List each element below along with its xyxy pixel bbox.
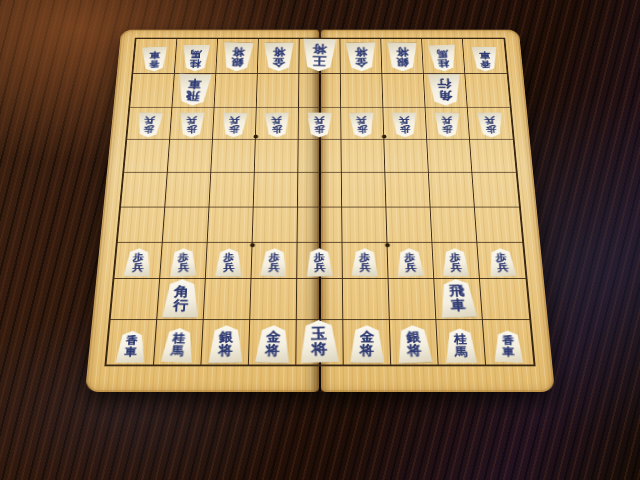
square-2i[interactable]: 桂馬 [436, 320, 486, 364]
kanji-char: 馬 [171, 345, 185, 358]
square-2g[interactable]: 歩兵 [432, 243, 480, 280]
square-4a[interactable]: 金将 [340, 39, 382, 73]
square-7e[interactable] [209, 173, 254, 207]
square-2b[interactable]: 角行 [424, 73, 468, 107]
square-3g[interactable]: 歩兵 [387, 243, 434, 280]
piece-gote-pawn[interactable]: 歩兵 [306, 113, 332, 138]
square-5f[interactable] [298, 207, 343, 242]
piece-sente-rook[interactable]: 飛車 [437, 278, 478, 318]
square-1e[interactable] [472, 173, 519, 207]
kanji-char: 兵 [132, 262, 144, 272]
square-3i[interactable]: 銀将 [390, 320, 439, 364]
piece-sente-knight[interactable]: 桂馬 [160, 328, 196, 363]
kanji-char: 馬 [437, 49, 449, 59]
kanji-char: 将 [272, 46, 284, 56]
kanji-char: 兵 [484, 116, 495, 125]
kanji-char: 将 [312, 341, 328, 357]
kanji-char: 兵 [442, 116, 452, 125]
kanji-char: 車 [502, 346, 514, 358]
square-6i[interactable]: 金将 [249, 320, 297, 364]
kanji-char: 桂 [190, 58, 202, 67]
kanji-char: 将 [218, 344, 232, 358]
square-5c[interactable]: 歩兵 [299, 107, 342, 139]
kanji-char: 銀 [396, 57, 409, 68]
piece-gote-rook[interactable]: 飛車 [175, 73, 212, 106]
kanji-char: 将 [396, 46, 409, 56]
kanji-char: 兵 [314, 116, 324, 125]
square-4f[interactable] [342, 207, 387, 242]
square-7i[interactable]: 銀将 [201, 320, 250, 364]
square-1a[interactable]: 香車 [463, 39, 507, 73]
piece-sente-silver-general[interactable]: 銀将 [207, 325, 243, 363]
square-7d[interactable] [211, 140, 256, 173]
kanji-char: 銀 [218, 330, 232, 344]
piece-sente-lance[interactable]: 香車 [493, 330, 524, 363]
kanji-char: 兵 [356, 116, 367, 125]
square-6e[interactable] [254, 173, 299, 207]
piece-gote-gold-general[interactable]: 金将 [345, 42, 377, 72]
square-4i[interactable]: 金将 [343, 320, 391, 364]
square-8e[interactable] [165, 173, 211, 207]
square-7f[interactable] [208, 207, 254, 242]
kanji-char: 飛 [186, 89, 201, 101]
kanji-char: 歩 [186, 125, 197, 134]
kanji-char: 兵 [229, 116, 240, 125]
square-5b[interactable] [299, 73, 341, 107]
square-6h[interactable] [250, 279, 297, 320]
square-1b[interactable] [465, 73, 510, 107]
square-2d[interactable] [427, 140, 472, 173]
square-6g[interactable]: 歩兵 [251, 243, 297, 280]
shogi-board: 香車桂馬銀将金将王将金将銀将桂馬香車飛車角行歩兵歩兵歩兵歩兵歩兵歩兵歩兵歩兵歩兵… [85, 30, 555, 392]
square-3c[interactable]: 歩兵 [383, 107, 427, 139]
piece-sente-gold-general[interactable]: 金将 [254, 324, 291, 363]
square-1g[interactable]: 歩兵 [477, 243, 525, 280]
piece-sente-pawn[interactable]: 歩兵 [396, 248, 425, 277]
kanji-char: 兵 [144, 116, 155, 125]
square-8h[interactable]: 角行 [157, 279, 206, 320]
kanji-char: 兵 [272, 116, 282, 125]
kanji-char: 行 [438, 78, 452, 89]
piece-sente-silver-general[interactable]: 銀将 [394, 324, 432, 363]
square-7g[interactable]: 歩兵 [206, 243, 253, 280]
square-3f[interactable] [386, 207, 432, 242]
piece-gote-knight[interactable]: 桂馬 [428, 45, 459, 72]
kanji-char: 行 [173, 298, 189, 312]
kanji-char: 金 [355, 57, 368, 68]
square-1c[interactable]: 歩兵 [468, 107, 513, 139]
kanji-char: 将 [231, 46, 244, 57]
piece-gote-pawn[interactable]: 歩兵 [434, 112, 460, 138]
piece-sente-knight[interactable]: 桂馬 [444, 328, 478, 362]
kanji-char: 兵 [314, 262, 325, 272]
kanji-char: 香 [149, 59, 160, 68]
kanji-char: 歩 [400, 125, 411, 134]
square-7c[interactable]: 歩兵 [213, 107, 257, 139]
square-3b[interactable] [382, 73, 425, 107]
kanji-char: 兵 [187, 116, 198, 125]
square-4b[interactable] [341, 73, 384, 107]
square-5h[interactable] [297, 279, 344, 320]
square-9f[interactable] [118, 207, 165, 242]
piece-sente-pawn[interactable]: 歩兵 [351, 248, 379, 277]
square-9b[interactable] [130, 73, 175, 107]
square-3e[interactable] [385, 173, 430, 207]
kanji-char: 兵 [359, 262, 370, 272]
piece-sente-pawn[interactable]: 歩兵 [441, 248, 469, 276]
kanji-char: 歩 [357, 125, 368, 134]
kanji-char: 歩 [314, 125, 324, 134]
square-9h[interactable] [111, 279, 160, 320]
square-8b[interactable]: 飛車 [172, 73, 216, 107]
square-8c[interactable]: 歩兵 [170, 107, 214, 139]
piece-gote-pawn[interactable]: 歩兵 [221, 112, 248, 137]
piece-gote-lance[interactable]: 香車 [471, 47, 499, 71]
kanji-char: 馬 [190, 49, 202, 58]
square-8d[interactable] [168, 140, 213, 173]
kanji-char: 将 [406, 343, 421, 357]
square-4e[interactable] [342, 173, 387, 207]
kanji-char: 王 [312, 55, 326, 67]
piece-gote-bishop[interactable]: 角行 [427, 73, 462, 105]
square-9g[interactable]: 歩兵 [114, 243, 162, 280]
piece-gote-silver-general[interactable]: 銀将 [220, 42, 254, 72]
kanji-char: 桂 [438, 58, 450, 68]
square-9i[interactable]: 香車 [107, 320, 158, 364]
square-9d[interactable] [124, 140, 170, 173]
kanji-char: 将 [354, 46, 367, 57]
piece-gote-lance[interactable]: 香車 [141, 47, 168, 72]
kanji-char: 歩 [272, 125, 282, 134]
square-2h[interactable]: 飛車 [434, 279, 483, 320]
piece-sente-pawn[interactable]: 歩兵 [260, 248, 289, 277]
square-8a[interactable]: 桂馬 [175, 39, 218, 73]
square-4c[interactable]: 歩兵 [341, 107, 384, 139]
kanji-char: 角 [174, 284, 190, 298]
kanji-char: 兵 [399, 116, 410, 125]
kanji-char: 車 [124, 347, 137, 358]
piece-gote-pawn[interactable]: 歩兵 [135, 112, 164, 138]
piece-sente-pawn[interactable]: 歩兵 [486, 248, 517, 277]
kanji-char: 金 [272, 57, 284, 68]
piece-gote-gold-general[interactable]: 金将 [263, 42, 294, 71]
piece-sente-gold-general[interactable]: 金将 [349, 325, 385, 363]
square-9a[interactable]: 香車 [133, 39, 177, 73]
kanji-char: 将 [359, 344, 373, 358]
square-3a[interactable]: 銀将 [381, 39, 424, 73]
piece-gote-pawn[interactable]: 歩兵 [391, 113, 418, 138]
square-4d[interactable] [341, 140, 385, 173]
square-5a[interactable]: 王将 [299, 39, 340, 73]
square-1i[interactable]: 香車 [483, 320, 534, 364]
kanji-char: 車 [479, 50, 490, 59]
star-point [382, 135, 387, 139]
kanji-char: 馬 [454, 345, 468, 357]
square-5d[interactable] [298, 140, 342, 173]
square-2f[interactable] [431, 207, 478, 242]
piece-sente-pawn[interactable]: 歩兵 [170, 248, 198, 277]
square-1f[interactable] [475, 207, 522, 242]
square-8g[interactable]: 歩兵 [160, 243, 208, 280]
kanji-char: 兵 [496, 262, 508, 273]
piece-sente-lance[interactable]: 香車 [115, 331, 147, 363]
square-5g[interactable]: 歩兵 [297, 243, 343, 280]
square-9e[interactable] [121, 173, 168, 207]
square-6c[interactable]: 歩兵 [256, 107, 299, 139]
kanji-char: 金 [265, 330, 280, 344]
square-4h[interactable] [343, 279, 390, 320]
kanji-char: 将 [313, 43, 327, 55]
square-6b[interactable] [257, 73, 300, 107]
square-7b[interactable] [215, 73, 258, 107]
star-point [385, 243, 390, 247]
kanji-char: 角 [438, 89, 452, 101]
piece-gote-pawn[interactable]: 歩兵 [264, 112, 290, 137]
square-5e[interactable] [298, 173, 342, 207]
kanji-char: 歩 [143, 125, 154, 134]
square-2e[interactable] [429, 173, 475, 207]
piece-gote-pawn[interactable]: 歩兵 [349, 112, 376, 138]
table-background: 香車桂馬銀将金将王将金将銀将桂馬香車飛車角行歩兵歩兵歩兵歩兵歩兵歩兵歩兵歩兵歩兵… [0, 0, 640, 480]
piece-sente-pawn[interactable]: 歩兵 [215, 248, 243, 276]
square-1d[interactable] [470, 140, 516, 173]
square-1h[interactable] [480, 279, 529, 320]
square-8f[interactable] [163, 207, 210, 242]
kanji-char: 香 [480, 59, 491, 68]
kanji-char: 兵 [268, 262, 280, 273]
square-3h[interactable] [389, 279, 437, 320]
square-6f[interactable] [253, 207, 298, 242]
piece-gote-silver-general[interactable]: 銀将 [386, 42, 418, 71]
kanji-char: 兵 [178, 262, 189, 273]
kanji-char: 歩 [485, 125, 496, 134]
square-7a[interactable]: 銀将 [216, 39, 259, 73]
kanji-char: 兵 [223, 262, 234, 272]
kanji-char: 歩 [442, 125, 452, 134]
square-9c[interactable]: 歩兵 [127, 107, 172, 139]
square-5i[interactable]: 玉将 [296, 320, 343, 364]
kanji-char: 車 [187, 78, 202, 90]
piece-gote-pawn[interactable]: 歩兵 [179, 113, 206, 138]
piece-sente-jeweled-king[interactable]: 玉将 [299, 320, 340, 363]
square-6d[interactable] [255, 140, 299, 173]
square-8i[interactable]: 桂馬 [154, 320, 204, 364]
piece-gote-king[interactable]: 王将 [302, 39, 338, 72]
square-4g[interactable]: 歩兵 [342, 243, 388, 280]
kanji-char: 金 [359, 330, 373, 344]
kanji-char: 銀 [230, 57, 243, 68]
square-2c[interactable]: 歩兵 [425, 107, 469, 139]
piece-sente-bishop[interactable]: 角行 [161, 279, 200, 318]
kanji-char: 兵 [450, 262, 461, 272]
square-7h[interactable] [204, 279, 252, 320]
kanji-char: 兵 [405, 262, 417, 272]
kanji-char: 歩 [229, 125, 240, 134]
board-grid: 香車桂馬銀将金将王将金将銀将桂馬香車飛車角行歩兵歩兵歩兵歩兵歩兵歩兵歩兵歩兵歩兵… [104, 38, 535, 367]
piece-sente-pawn[interactable]: 歩兵 [306, 248, 334, 276]
kanji-char: 車 [150, 50, 161, 59]
kanji-char: 車 [450, 298, 466, 313]
piece-gote-pawn[interactable]: 歩兵 [476, 113, 504, 138]
piece-sente-pawn[interactable]: 歩兵 [123, 248, 153, 276]
kanji-char: 将 [265, 343, 280, 357]
piece-gote-knight[interactable]: 桂馬 [181, 45, 211, 71]
square-6a[interactable]: 金将 [258, 39, 300, 73]
square-3d[interactable] [384, 140, 429, 173]
square-2a[interactable]: 桂馬 [422, 39, 465, 73]
